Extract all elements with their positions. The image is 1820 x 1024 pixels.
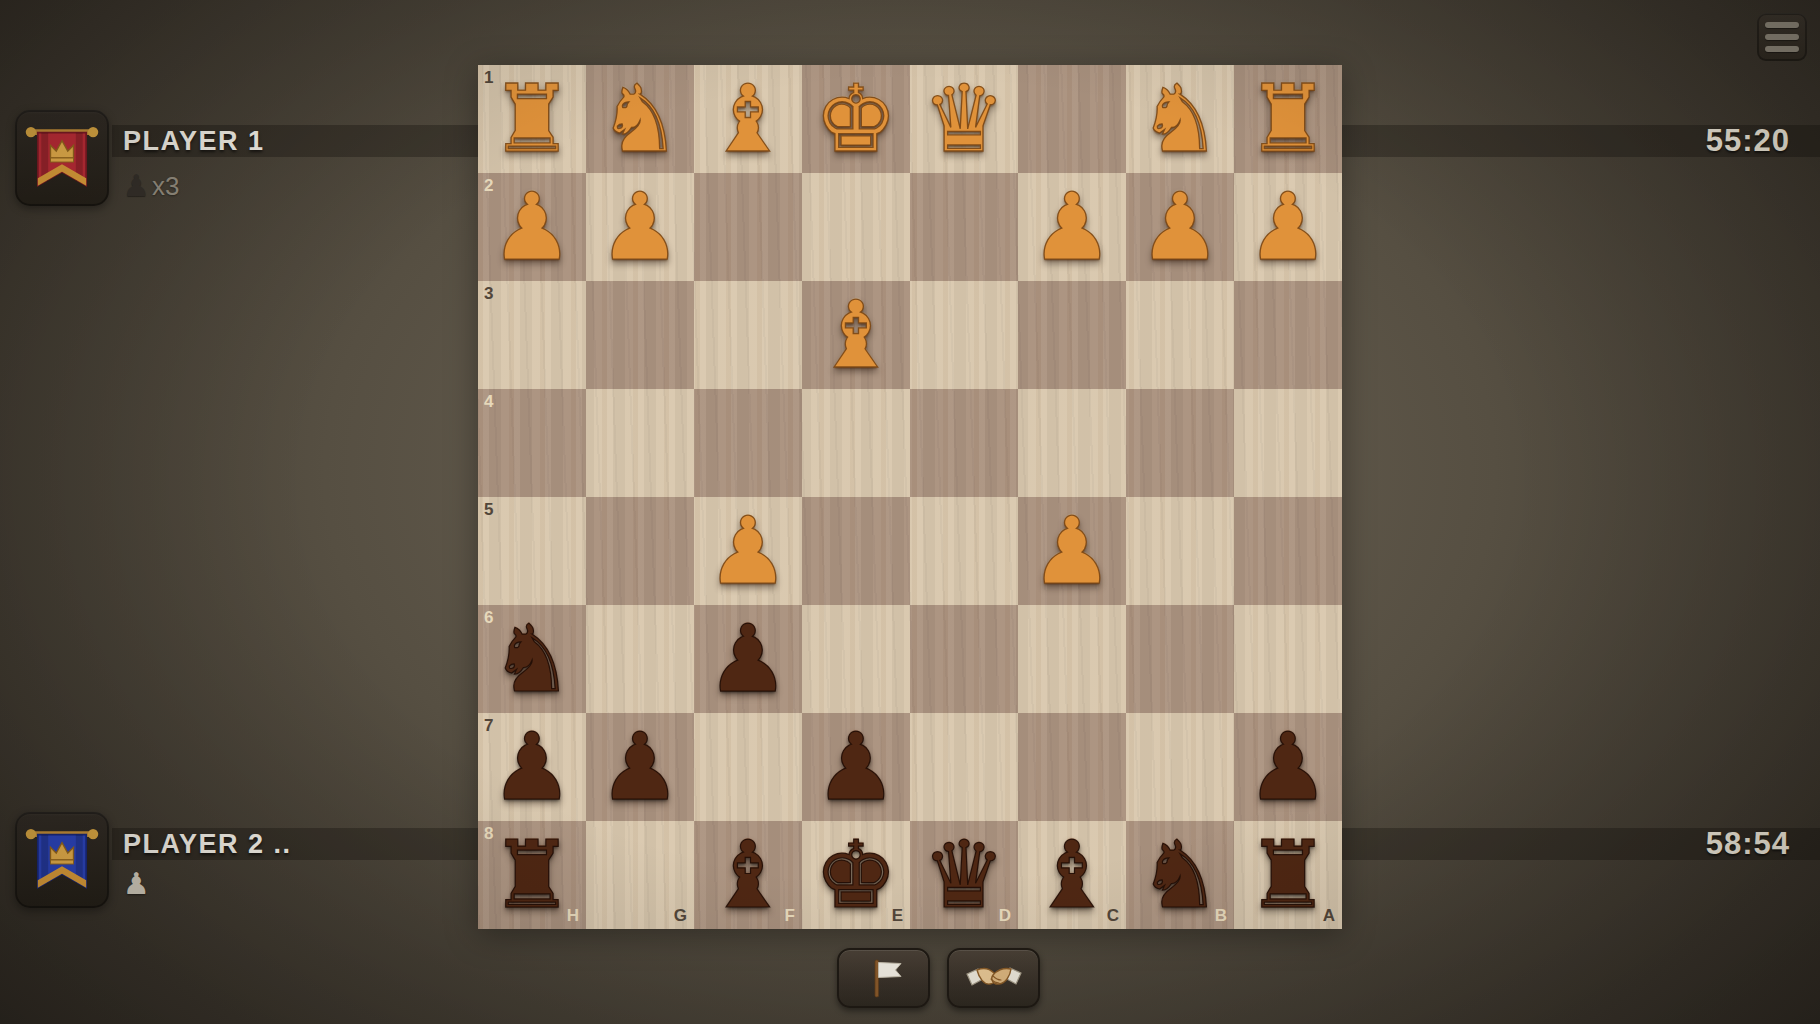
white-queen-d1[interactable]: ♛ bbox=[922, 65, 1005, 173]
white-pawn-c2[interactable]: ♟ bbox=[1030, 173, 1113, 281]
black-rook-h8[interactable]: ♜ bbox=[490, 821, 573, 929]
rank-label-4: 4 bbox=[484, 392, 493, 412]
square-g1[interactable]: ♞ bbox=[586, 65, 694, 173]
chess-board: 1♜♞♝♚♛♞♜2♟♟♟♟♟3♝45♟♟6♞♟7♟♟♟♟8H♜GF♝E♚D♛C♝… bbox=[478, 65, 1342, 929]
file-label-d: D bbox=[999, 906, 1011, 926]
black-knight-b8[interactable]: ♞ bbox=[1138, 821, 1221, 929]
square-h4[interactable]: 4 bbox=[478, 389, 586, 497]
square-h1[interactable]: 1♜ bbox=[478, 65, 586, 173]
square-a7[interactable]: ♟ bbox=[1234, 713, 1342, 821]
square-b5[interactable] bbox=[1126, 497, 1234, 605]
square-e4[interactable] bbox=[802, 389, 910, 497]
square-f3[interactable] bbox=[694, 281, 802, 389]
rank-label-2: 2 bbox=[484, 176, 493, 196]
white-rook-a1[interactable]: ♜ bbox=[1246, 65, 1329, 173]
square-f4[interactable] bbox=[694, 389, 802, 497]
handshake-icon bbox=[965, 957, 1023, 999]
square-h8[interactable]: 8H♜ bbox=[478, 821, 586, 929]
square-b8[interactable]: B♞ bbox=[1126, 821, 1234, 929]
captured-white-pawn-icon: ♟ bbox=[123, 866, 150, 902]
square-a5[interactable] bbox=[1234, 497, 1342, 605]
square-c4[interactable] bbox=[1018, 389, 1126, 497]
square-e5[interactable] bbox=[802, 497, 910, 605]
square-h7[interactable]: 7♟ bbox=[478, 713, 586, 821]
file-label-e: E bbox=[892, 906, 903, 926]
bottom-player-clock: 58:54 bbox=[1706, 828, 1790, 860]
resign-button[interactable] bbox=[837, 948, 930, 1008]
square-b1[interactable]: ♞ bbox=[1126, 65, 1234, 173]
black-knight-h6[interactable]: ♞ bbox=[490, 605, 573, 713]
top-player-name: PLAYER 1 bbox=[123, 125, 265, 157]
square-g3[interactable] bbox=[586, 281, 694, 389]
white-pawn-b2[interactable]: ♟ bbox=[1138, 173, 1221, 281]
square-a6[interactable] bbox=[1234, 605, 1342, 713]
rank-label-7: 7 bbox=[484, 716, 493, 736]
square-c7[interactable] bbox=[1018, 713, 1126, 821]
square-c2[interactable]: ♟ bbox=[1018, 173, 1126, 281]
square-g6[interactable] bbox=[586, 605, 694, 713]
square-d6[interactable] bbox=[910, 605, 1018, 713]
square-e3[interactable]: ♝ bbox=[802, 281, 910, 389]
square-g2[interactable]: ♟ bbox=[586, 173, 694, 281]
white-pawn-g2[interactable]: ♟ bbox=[598, 173, 681, 281]
square-e6[interactable] bbox=[802, 605, 910, 713]
captured-count: x3 bbox=[152, 171, 179, 202]
square-d8[interactable]: D♛ bbox=[910, 821, 1018, 929]
square-e7[interactable]: ♟ bbox=[802, 713, 910, 821]
rank-label-8: 8 bbox=[484, 824, 493, 844]
square-a8[interactable]: A♜ bbox=[1234, 821, 1342, 929]
square-c1[interactable] bbox=[1018, 65, 1126, 173]
file-label-f: F bbox=[785, 906, 795, 926]
rank-label-6: 6 bbox=[484, 608, 493, 628]
square-h3[interactable]: 3 bbox=[478, 281, 586, 389]
bottom-player-captured-pieces: ♟ bbox=[123, 866, 152, 902]
rank-label-5: 5 bbox=[484, 500, 493, 520]
square-g4[interactable] bbox=[586, 389, 694, 497]
black-king-e8[interactable]: ♚ bbox=[814, 821, 897, 929]
offer-draw-button[interactable] bbox=[947, 948, 1040, 1008]
square-g8[interactable]: G bbox=[586, 821, 694, 929]
black-bishop-c8[interactable]: ♝ bbox=[1030, 821, 1113, 929]
white-bishop-e3[interactable]: ♝ bbox=[814, 281, 897, 389]
square-a1[interactable]: ♜ bbox=[1234, 65, 1342, 173]
square-d5[interactable] bbox=[910, 497, 1018, 605]
black-pawn-h7[interactable]: ♟ bbox=[490, 713, 573, 821]
top-player-captured-pieces: ♟ x3 bbox=[123, 168, 179, 204]
square-h5[interactable]: 5 bbox=[478, 497, 586, 605]
white-knight-b1[interactable]: ♞ bbox=[1138, 65, 1221, 173]
square-c3[interactable] bbox=[1018, 281, 1126, 389]
black-bishop-f8[interactable]: ♝ bbox=[706, 821, 789, 929]
square-e1[interactable]: ♚ bbox=[802, 65, 910, 173]
black-pawn-g7[interactable]: ♟ bbox=[598, 713, 681, 821]
rank-label-3: 3 bbox=[484, 284, 493, 304]
file-label-h: H bbox=[567, 906, 579, 926]
square-a2[interactable]: ♟ bbox=[1234, 173, 1342, 281]
square-c8[interactable]: C♝ bbox=[1018, 821, 1126, 929]
rank-label-1: 1 bbox=[484, 68, 493, 88]
white-rook-h1[interactable]: ♜ bbox=[490, 65, 573, 173]
file-label-b: B bbox=[1215, 906, 1227, 926]
square-a3[interactable] bbox=[1234, 281, 1342, 389]
square-e8[interactable]: E♚ bbox=[802, 821, 910, 929]
square-b2[interactable]: ♟ bbox=[1126, 173, 1234, 281]
menu-button[interactable] bbox=[1757, 13, 1807, 61]
bottom-player-avatar[interactable] bbox=[15, 812, 109, 908]
top-player-clock: 55:20 bbox=[1706, 125, 1790, 157]
black-queen-d8[interactable]: ♛ bbox=[922, 821, 1005, 929]
square-g7[interactable]: ♟ bbox=[586, 713, 694, 821]
black-pawn-a7[interactable]: ♟ bbox=[1246, 713, 1329, 821]
square-c5[interactable]: ♟ bbox=[1018, 497, 1126, 605]
white-bishop-f1[interactable]: ♝ bbox=[706, 65, 789, 173]
square-f7[interactable] bbox=[694, 713, 802, 821]
black-rook-a8[interactable]: ♜ bbox=[1246, 821, 1329, 929]
square-b3[interactable] bbox=[1126, 281, 1234, 389]
square-d7[interactable] bbox=[910, 713, 1018, 821]
square-b6[interactable] bbox=[1126, 605, 1234, 713]
square-f6[interactable]: ♟ bbox=[694, 605, 802, 713]
square-d4[interactable] bbox=[910, 389, 1018, 497]
square-a4[interactable] bbox=[1234, 389, 1342, 497]
white-knight-g1[interactable]: ♞ bbox=[598, 65, 681, 173]
square-h2[interactable]: 2♟ bbox=[478, 173, 586, 281]
square-d3[interactable] bbox=[910, 281, 1018, 389]
white-pawn-h2[interactable]: ♟ bbox=[490, 173, 573, 281]
square-d2[interactable] bbox=[910, 173, 1018, 281]
square-e2[interactable] bbox=[802, 173, 910, 281]
action-button-row bbox=[837, 948, 1040, 1008]
square-b7[interactable] bbox=[1126, 713, 1234, 821]
square-h6[interactable]: 6♞ bbox=[478, 605, 586, 713]
blue-banner-crown-icon bbox=[25, 822, 99, 898]
black-pawn-f6[interactable]: ♟ bbox=[706, 605, 789, 713]
black-pawn-e7[interactable]: ♟ bbox=[814, 713, 897, 821]
bottom-player-name: PLAYER 2 .. bbox=[123, 828, 292, 860]
file-label-g: G bbox=[674, 906, 687, 926]
captured-black-pawn-icon: ♟ bbox=[123, 168, 150, 204]
square-d1[interactable]: ♛ bbox=[910, 65, 1018, 173]
white-pawn-a2[interactable]: ♟ bbox=[1246, 173, 1329, 281]
file-label-a: A bbox=[1323, 906, 1335, 926]
square-f2[interactable] bbox=[694, 173, 802, 281]
white-pawn-f5[interactable]: ♟ bbox=[706, 497, 789, 605]
square-f5[interactable]: ♟ bbox=[694, 497, 802, 605]
square-c6[interactable] bbox=[1018, 605, 1126, 713]
square-b4[interactable] bbox=[1126, 389, 1234, 497]
red-banner-crown-icon bbox=[25, 120, 99, 196]
white-pawn-c5[interactable]: ♟ bbox=[1030, 497, 1113, 605]
square-f1[interactable]: ♝ bbox=[694, 65, 802, 173]
file-label-c: C bbox=[1107, 906, 1119, 926]
white-flag-icon bbox=[860, 955, 908, 1001]
square-g5[interactable] bbox=[586, 497, 694, 605]
white-king-e1[interactable]: ♚ bbox=[814, 65, 897, 173]
top-player-avatar[interactable] bbox=[15, 110, 109, 206]
square-f8[interactable]: F♝ bbox=[694, 821, 802, 929]
